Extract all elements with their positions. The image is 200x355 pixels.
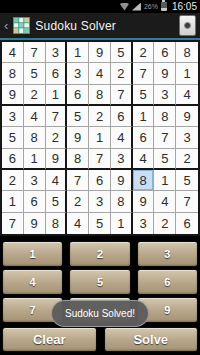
cell-r7c9[interactable]: 5 <box>176 170 198 191</box>
cell-r7c3[interactable]: 4 <box>46 170 68 191</box>
cell-r9c9[interactable]: 6 <box>176 213 198 234</box>
cell-r6c1[interactable]: 6 <box>2 149 24 170</box>
cell-r7c8[interactable]: 1 <box>154 170 176 191</box>
wifi-icon <box>120 3 129 11</box>
dice-icon[interactable] <box>179 15 196 36</box>
action-buttons: Clear Solve <box>2 327 198 352</box>
cell-r1c1[interactable]: 4 <box>2 42 24 63</box>
page-title: Sudoku Solver <box>35 19 116 33</box>
cell-r4c5[interactable]: 2 <box>89 106 111 127</box>
cell-r4c1[interactable]: 3 <box>2 106 24 127</box>
cell-r5c5[interactable]: 1 <box>89 127 111 148</box>
cell-r3c4[interactable]: 6 <box>67 85 89 106</box>
cell-r1c4[interactable]: 1 <box>67 42 89 63</box>
cell-r4c7[interactable]: 1 <box>133 106 155 127</box>
cell-r1c9[interactable]: 8 <box>176 42 198 63</box>
cell-r2c7[interactable]: 7 <box>133 63 155 84</box>
cell-r9c7[interactable]: 3 <box>133 213 155 234</box>
cell-r9c1[interactable]: 7 <box>2 213 24 234</box>
cell-r2c8[interactable]: 9 <box>154 63 176 84</box>
cell-r2c4[interactable]: 3 <box>67 63 89 84</box>
cell-r9c4[interactable]: 4 <box>67 213 89 234</box>
cell-r8c8[interactable]: 4 <box>154 191 176 212</box>
cell-r9c6[interactable]: 1 <box>111 213 133 234</box>
cell-r6c9[interactable]: 2 <box>176 149 198 170</box>
cell-r4c3[interactable]: 7 <box>46 106 68 127</box>
key-2-button[interactable]: 2 <box>69 241 130 267</box>
cell-r7c7[interactable]: 8 <box>133 170 155 191</box>
sudoku-board: 4731952688563427919216875343475261895829… <box>0 40 200 236</box>
cell-r4c2[interactable]: 4 <box>24 106 46 127</box>
back-chevron-icon[interactable]: ‹ <box>4 13 8 38</box>
cell-r8c5[interactable]: 3 <box>89 191 111 212</box>
action-bar: ‹ Sudoku Solver <box>0 13 200 38</box>
cell-r6c2[interactable]: 1 <box>24 149 46 170</box>
cell-r8c4[interactable]: 2 <box>67 191 89 212</box>
cell-r5c9[interactable]: 3 <box>176 127 198 148</box>
cell-r7c5[interactable]: 6 <box>89 170 111 191</box>
cell-r8c6[interactable]: 8 <box>111 191 133 212</box>
cell-r2c3[interactable]: 6 <box>46 63 68 84</box>
cell-r8c1[interactable]: 1 <box>2 191 24 212</box>
cell-r5c4[interactable]: 9 <box>67 127 89 148</box>
cell-r4c8[interactable]: 8 <box>154 106 176 127</box>
cell-r8c3[interactable]: 5 <box>46 191 68 212</box>
cell-r1c2[interactable]: 7 <box>24 42 46 63</box>
key-3-button[interactable]: 3 <box>137 241 198 267</box>
cell-r8c2[interactable]: 6 <box>24 191 46 212</box>
cell-r6c5[interactable]: 7 <box>89 149 111 170</box>
cell-r7c6[interactable]: 9 <box>111 170 133 191</box>
cell-r7c4[interactable]: 7 <box>67 170 89 191</box>
cell-r5c3[interactable]: 2 <box>46 127 68 148</box>
key-1-button[interactable]: 1 <box>2 241 63 267</box>
cell-r6c6[interactable]: 3 <box>111 149 133 170</box>
battery-icon <box>161 2 167 11</box>
cell-r8c7[interactable]: 9 <box>133 191 155 212</box>
cell-r1c3[interactable]: 3 <box>46 42 68 63</box>
cell-r6c3[interactable]: 9 <box>46 149 68 170</box>
cell-r7c1[interactable]: 2 <box>2 170 24 191</box>
cell-r2c6[interactable]: 2 <box>111 63 133 84</box>
cell-r3c5[interactable]: 8 <box>89 85 111 106</box>
cell-r1c6[interactable]: 5 <box>111 42 133 63</box>
key-6-button[interactable]: 6 <box>137 269 198 295</box>
cell-r1c8[interactable]: 6 <box>154 42 176 63</box>
cell-r5c6[interactable]: 4 <box>111 127 133 148</box>
cell-r4c9[interactable]: 9 <box>176 106 198 127</box>
cell-r4c6[interactable]: 6 <box>111 106 133 127</box>
cell-r3c6[interactable]: 7 <box>111 85 133 106</box>
cell-r9c3[interactable]: 8 <box>46 213 68 234</box>
cell-r4c4[interactable]: 5 <box>67 106 89 127</box>
cell-r3c2[interactable]: 2 <box>24 85 46 106</box>
cell-r2c9[interactable]: 1 <box>176 63 198 84</box>
solve-button[interactable]: Solve <box>104 327 199 352</box>
cell-r5c2[interactable]: 8 <box>24 127 46 148</box>
toast-message: Sudoku Solved! <box>51 300 149 327</box>
key-5-button[interactable]: 5 <box>69 269 130 295</box>
clock: 16:05 <box>172 0 197 13</box>
battery-percent: 26% <box>144 0 158 13</box>
cell-r9c8[interactable]: 2 <box>154 213 176 234</box>
cell-r6c4[interactable]: 8 <box>67 149 89 170</box>
cell-r3c8[interactable]: 3 <box>154 85 176 106</box>
cell-r2c1[interactable]: 8 <box>2 63 24 84</box>
cell-r6c8[interactable]: 5 <box>154 149 176 170</box>
cell-r1c7[interactable]: 2 <box>133 42 155 63</box>
cell-r2c2[interactable]: 5 <box>24 63 46 84</box>
app-icon <box>13 17 30 34</box>
cell-r2c5[interactable]: 4 <box>89 63 111 84</box>
clear-button[interactable]: Clear <box>2 327 97 352</box>
cell-r3c3[interactable]: 1 <box>46 85 68 106</box>
cell-r5c7[interactable]: 6 <box>133 127 155 148</box>
cell-r7c2[interactable]: 3 <box>24 170 46 191</box>
cell-r9c2[interactable]: 9 <box>24 213 46 234</box>
cell-r6c7[interactable]: 4 <box>133 149 155 170</box>
cell-r3c9[interactable]: 4 <box>176 85 198 106</box>
cell-r5c1[interactable]: 5 <box>2 127 24 148</box>
cell-r5c8[interactable]: 7 <box>154 127 176 148</box>
status-bar: 26% 16:05 <box>0 0 200 13</box>
cell-r1c5[interactable]: 9 <box>89 42 111 63</box>
cell-r9c5[interactable]: 5 <box>89 213 111 234</box>
cell-r3c7[interactable]: 5 <box>133 85 155 106</box>
cell-r8c9[interactable]: 7 <box>176 191 198 212</box>
cell-r3c1[interactable]: 9 <box>2 85 24 106</box>
key-4-button[interactable]: 4 <box>2 269 63 295</box>
cell-signal-icon <box>132 3 141 11</box>
